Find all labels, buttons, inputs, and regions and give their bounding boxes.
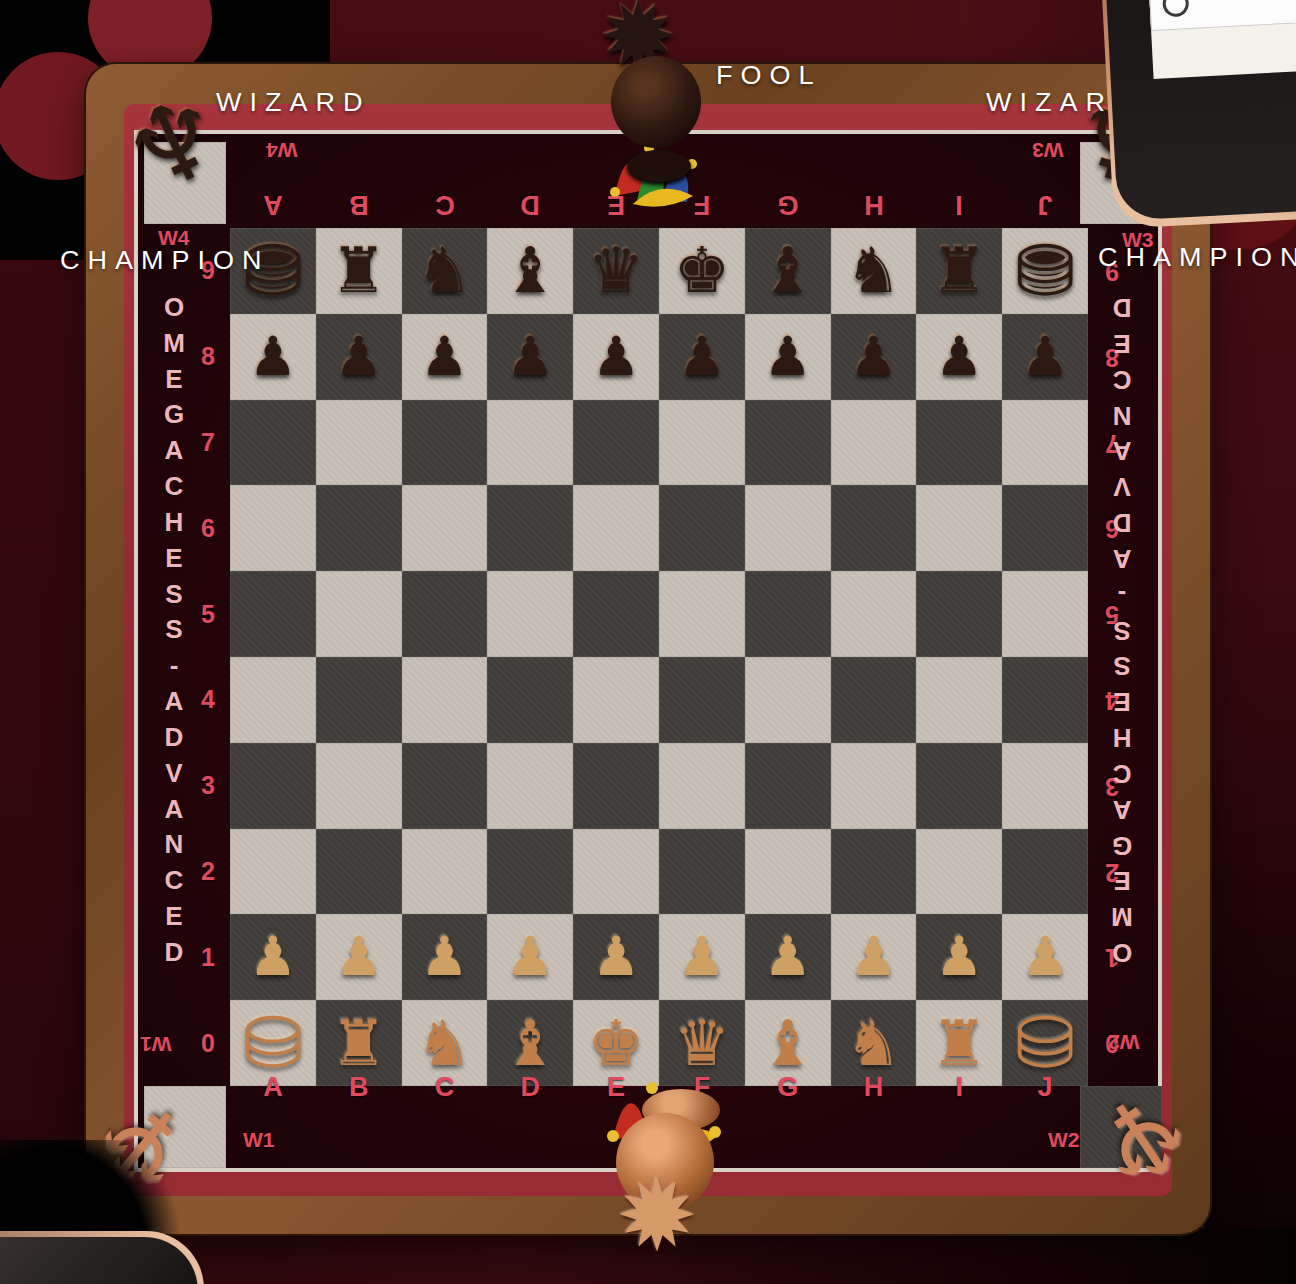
square-h7[interactable]: [831, 400, 917, 486]
tablet-screen[interactable]: Champion: [1147, 0, 1296, 79]
square-a5[interactable]: [230, 571, 316, 657]
black-pawn[interactable]: ♟: [592, 330, 640, 384]
square-b1[interactable]: ♟: [316, 914, 402, 1000]
border-text-letter: O: [164, 292, 184, 323]
square-c3[interactable]: [402, 743, 488, 829]
champion-label-right: CHAMPION: [1098, 244, 1296, 273]
square-e6[interactable]: [573, 485, 659, 571]
square-b9[interactable]: ♜: [316, 228, 402, 314]
border-text-letter: H: [1113, 722, 1132, 753]
square-c1[interactable]: ♟: [402, 914, 488, 1000]
square-j8[interactable]: ♟: [1002, 314, 1088, 400]
white-pawn[interactable]: ♟: [334, 930, 382, 984]
square-d9[interactable]: ♝: [487, 228, 573, 314]
square-i9[interactable]: ♜: [916, 228, 1002, 314]
square-a6[interactable]: [230, 485, 316, 571]
border-text-letter: A: [165, 435, 184, 466]
white-knight[interactable]: ♞: [416, 1012, 472, 1075]
rank-labels-left: 9876543210: [192, 228, 224, 1086]
black-pawn[interactable]: ♟: [334, 330, 382, 384]
black-pawn[interactable]: ♟: [249, 330, 297, 384]
square-b7[interactable]: [316, 400, 402, 486]
square-c2[interactable]: [402, 829, 488, 915]
square-g7[interactable]: [745, 400, 831, 486]
square-i3[interactable]: [916, 743, 1002, 829]
tabletop-scene: ⛃♜♞♝♛♚♝♞♜⛃♟♟♟♟♟♟♟♟♟♟♟♟♟♟♟♟♟♟♟♟⛁♜♞♝♚♛♝♞♜⛁…: [0, 0, 1296, 1284]
corner-label-w4-rotated: W4: [266, 138, 298, 162]
square-d5[interactable]: [487, 571, 573, 657]
black-bishop[interactable]: ♝: [759, 239, 815, 302]
square-i7[interactable]: [916, 400, 1002, 486]
file-label-h-bottom: H: [831, 1072, 917, 1106]
square-a8[interactable]: ♟: [230, 314, 316, 400]
square-h1[interactable]: ♟: [831, 914, 917, 1000]
file-label-i-top: I: [916, 186, 1002, 220]
file-label-d-bottom: D: [487, 1072, 573, 1106]
square-b4[interactable]: [316, 657, 402, 743]
wizard-label-left: WIZARD: [216, 89, 370, 118]
border-text-letter: D: [1113, 507, 1132, 538]
square-h6[interactable]: [831, 485, 917, 571]
black-fool[interactable]: ✹: [585, 0, 735, 210]
black-king[interactable]: ♚: [674, 239, 730, 302]
border-text-letter: C: [1113, 364, 1132, 395]
white-pawn[interactable]: ♟: [249, 930, 297, 984]
white-pawn[interactable]: ♟: [935, 930, 983, 984]
fool-body: [611, 56, 701, 148]
border-text-letter: E: [1113, 865, 1130, 896]
square-b2[interactable]: [316, 829, 402, 915]
square-f3[interactable]: [659, 743, 745, 829]
white-pawn[interactable]: ♟: [506, 930, 554, 984]
file-label-g-top: G: [745, 186, 831, 220]
square-d4[interactable]: [487, 657, 573, 743]
square-c9[interactable]: ♞: [402, 228, 488, 314]
square-h8[interactable]: ♟: [831, 314, 917, 400]
rank-label-8-left: 8: [192, 314, 224, 400]
square-j6[interactable]: [1002, 485, 1088, 571]
fool-base: [627, 150, 691, 182]
black-pawn[interactable]: ♟: [763, 330, 811, 384]
white-pawn[interactable]: ♟: [763, 930, 811, 984]
white-pawn[interactable]: ♟: [592, 930, 640, 984]
square-e8[interactable]: ♟: [573, 314, 659, 400]
white-king[interactable]: ♚: [588, 1012, 644, 1075]
border-text-letter: S: [1113, 650, 1130, 681]
square-g1[interactable]: ♟: [745, 914, 831, 1000]
square-f8[interactable]: ♟: [659, 314, 745, 400]
square-h4[interactable]: [831, 657, 917, 743]
rank-label-0-left: 0: [192, 1000, 224, 1086]
square-j5[interactable]: [1002, 571, 1088, 657]
black-pawn[interactable]: ♟: [1021, 330, 1069, 384]
square-j1[interactable]: ♟: [1002, 914, 1088, 1000]
square-d6[interactable]: [487, 485, 573, 571]
rank-label-2-left: 2: [192, 829, 224, 915]
file-label-a-bottom: A: [230, 1072, 316, 1106]
square-e5[interactable]: [573, 571, 659, 657]
fool-star-bottom: ✹: [616, 1167, 698, 1265]
border-text-letter: A: [1113, 435, 1132, 466]
fool-label: FOOL: [716, 62, 822, 91]
square-f6[interactable]: [659, 485, 745, 571]
border-text-letter: E: [1113, 328, 1130, 359]
file-label-b-bottom: B: [316, 1072, 402, 1106]
rank-label-1-left: 1: [192, 914, 224, 1000]
white-pawn[interactable]: ♟: [420, 930, 468, 984]
black-rook[interactable]: ♜: [931, 239, 987, 302]
square-i5[interactable]: [916, 571, 1002, 657]
black-queen[interactable]: ♛: [588, 239, 644, 302]
square-g4[interactable]: [745, 657, 831, 743]
border-text-letter: -: [1118, 579, 1127, 610]
border-text-letter: A: [165, 686, 184, 717]
file-label-h-top: H: [831, 186, 917, 220]
border-text-letter: E: [165, 364, 182, 395]
square-f2[interactable]: [659, 829, 745, 915]
player-tablet[interactable]: [0, 1237, 198, 1284]
square-a3[interactable]: [230, 743, 316, 829]
black-rook[interactable]: ♜: [330, 239, 386, 302]
square-j4[interactable]: [1002, 657, 1088, 743]
border-text-letter: O: [1112, 937, 1132, 968]
square-j2[interactable]: [1002, 829, 1088, 915]
square-e7[interactable]: [573, 400, 659, 486]
white-pawn[interactable]: ♟: [678, 930, 726, 984]
file-label-d-top: D: [487, 186, 573, 220]
black-knight[interactable]: ♞: [416, 239, 472, 302]
border-text-letter: -: [170, 650, 179, 681]
border-text-right: OMEGACHESS-ADVANCED: [1104, 292, 1140, 968]
border-text-letter: A: [165, 794, 184, 825]
magnifier-icon: [1162, 0, 1189, 17]
square-c5[interactable]: [402, 571, 488, 657]
white-rook[interactable]: ♜: [330, 1012, 386, 1075]
rank-label-6-left: 6: [192, 485, 224, 571]
corner-label-w1: W1: [243, 1128, 275, 1152]
border-text-letter: M: [163, 328, 185, 359]
border-text-letter: V: [165, 758, 182, 789]
border-text-letter: S: [165, 614, 182, 645]
square-g5[interactable]: [745, 571, 831, 657]
border-text-letter: D: [165, 722, 184, 753]
border-text-letter: N: [165, 829, 184, 860]
border-text-letter: D: [165, 937, 184, 968]
border-text-left: OMEGACHESS-ADVANCED: [156, 292, 192, 968]
black-pawn[interactable]: ♟: [849, 330, 897, 384]
border-text-letter: E: [1113, 686, 1130, 717]
square-b6[interactable]: [316, 485, 402, 571]
border-text-letter: H: [165, 507, 184, 538]
square-d8[interactable]: ♟: [487, 314, 573, 400]
square-d2[interactable]: [487, 829, 573, 915]
square-e2[interactable]: [573, 829, 659, 915]
border-text-letter: C: [165, 865, 184, 896]
rank-label-4-left: 4: [192, 657, 224, 743]
square-f1[interactable]: ♟: [659, 914, 745, 1000]
file-label-i-bottom: I: [916, 1072, 1002, 1106]
black-bishop[interactable]: ♝: [502, 239, 558, 302]
black-knight[interactable]: ♞: [845, 239, 901, 302]
square-i8[interactable]: ♟: [916, 314, 1002, 400]
square-j9[interactable]: ⛃: [1002, 228, 1088, 314]
square-d3[interactable]: [487, 743, 573, 829]
border-text-letter: N: [1113, 400, 1132, 431]
square-d7[interactable]: [487, 400, 573, 486]
square-g3[interactable]: [745, 743, 831, 829]
square-g8[interactable]: ♟: [745, 314, 831, 400]
square-g9[interactable]: ♝: [745, 228, 831, 314]
border-text-letter: S: [1113, 615, 1130, 646]
square-i4[interactable]: [916, 657, 1002, 743]
square-i1[interactable]: ♟: [916, 914, 1002, 1000]
rank-label-7-left: 7: [192, 400, 224, 486]
square-c7[interactable]: [402, 400, 488, 486]
square-e3[interactable]: [573, 743, 659, 829]
square-c4[interactable]: [402, 657, 488, 743]
square-g6[interactable]: [745, 485, 831, 571]
champion-label-left: CHAMPION: [60, 247, 270, 276]
file-label-c-top: C: [402, 186, 488, 220]
file-label-b-top: B: [316, 186, 402, 220]
black-pawn[interactable]: ♟: [678, 330, 726, 384]
square-d1[interactable]: ♟: [487, 914, 573, 1000]
white-champion[interactable]: ⛁: [243, 1007, 303, 1079]
square-i2[interactable]: [916, 829, 1002, 915]
square-f5[interactable]: [659, 571, 745, 657]
square-f4[interactable]: [659, 657, 745, 743]
square-e4[interactable]: [573, 657, 659, 743]
border-text-letter: V: [1113, 471, 1130, 502]
square-j3[interactable]: [1002, 743, 1088, 829]
square-b5[interactable]: [316, 571, 402, 657]
black-pawn[interactable]: ♟: [506, 330, 554, 384]
square-b3[interactable]: [316, 743, 402, 829]
file-label-g-bottom: G: [745, 1072, 831, 1106]
border-text-letter: E: [165, 901, 182, 932]
white-queen[interactable]: ♛: [674, 1012, 730, 1075]
border-text-letter: G: [1112, 830, 1132, 861]
border-text-letter: M: [1111, 901, 1133, 932]
black-pawn[interactable]: ♟: [420, 330, 468, 384]
rank-label-5-left: 5: [192, 571, 224, 657]
square-f7[interactable]: [659, 400, 745, 486]
border-text-letter: E: [165, 543, 182, 574]
square-g2[interactable]: [745, 829, 831, 915]
square-a2[interactable]: [230, 829, 316, 915]
rank-label-3-left: 3: [192, 743, 224, 829]
white-knight[interactable]: ♞: [845, 1012, 901, 1075]
tablet-toolbar: Champion: [1148, 0, 1296, 31]
square-f9[interactable]: ♚: [659, 228, 745, 314]
border-text-letter: C: [1113, 758, 1132, 789]
square-b8[interactable]: ♟: [316, 314, 402, 400]
white-fool[interactable]: ✹: [590, 1075, 750, 1284]
board-grid: ⛃♜♞♝♛♚♝♞♜⛃♟♟♟♟♟♟♟♟♟♟♟♟♟♟♟♟♟♟♟♟⛁♜♞♝♚♛♝♞♜⛁: [230, 228, 1088, 1086]
white-bishop[interactable]: ♝: [502, 1012, 558, 1075]
square-h9[interactable]: ♞: [831, 228, 917, 314]
white-pawn[interactable]: ♟: [1021, 930, 1069, 984]
square-a4[interactable]: [230, 657, 316, 743]
square-i6[interactable]: [916, 485, 1002, 571]
square-e9[interactable]: ♛: [573, 228, 659, 314]
white-champion[interactable]: ⛁: [1015, 1007, 1075, 1079]
square-a7[interactable]: [230, 400, 316, 486]
square-a1[interactable]: ♟: [230, 914, 316, 1000]
black-pawn[interactable]: ♟: [935, 330, 983, 384]
border-text-letter: D: [1113, 292, 1132, 323]
square-h3[interactable]: [831, 743, 917, 829]
white-pawn[interactable]: ♟: [849, 930, 897, 984]
square-j7[interactable]: [1002, 400, 1088, 486]
white-rook[interactable]: ♜: [931, 1012, 987, 1075]
file-label-c-bottom: C: [402, 1072, 488, 1106]
border-text-letter: G: [164, 399, 184, 430]
square-c6[interactable]: [402, 485, 488, 571]
black-champion[interactable]: ⛃: [1015, 235, 1075, 307]
square-e1[interactable]: ♟: [573, 914, 659, 1000]
border-text-letter: S: [165, 579, 182, 610]
square-h2[interactable]: [831, 829, 917, 915]
border-text-letter: A: [1113, 794, 1132, 825]
square-c8[interactable]: ♟: [402, 314, 488, 400]
border-text-letter: C: [165, 471, 184, 502]
white-bishop[interactable]: ♝: [759, 1012, 815, 1075]
border-text-letter: A: [1113, 543, 1132, 574]
square-h5[interactable]: [831, 571, 917, 657]
